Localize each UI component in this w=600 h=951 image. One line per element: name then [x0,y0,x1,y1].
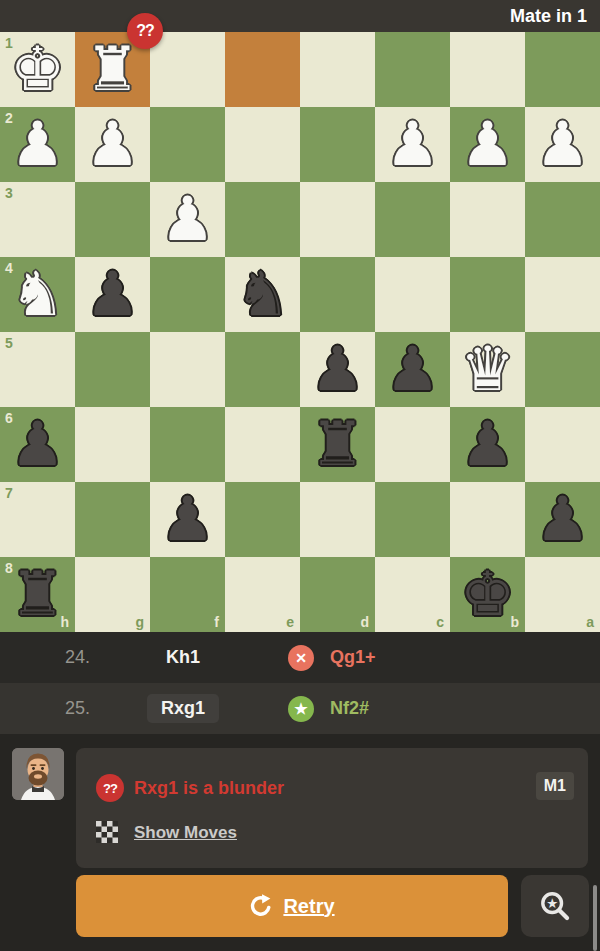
file-label-e: e [286,614,294,630]
square-c3[interactable] [375,182,450,257]
square-c1[interactable] [375,32,450,107]
square-f6[interactable] [150,407,225,482]
white-pawn: ♟ [375,107,450,182]
file-label-a: a [586,614,594,630]
white-pawn: ♟ [0,107,75,182]
square-g2[interactable]: ♟ [75,107,150,182]
square-b8[interactable]: b♚ [450,557,525,632]
square-d3[interactable] [300,182,375,257]
feedback-panel: ?? Rxg1 is a blunder M1 Show Moves Retry… [0,734,600,951]
black-rook: ♜ [300,407,375,482]
square-f7[interactable]: ♟ [150,482,225,557]
top-bar: Mate in 1 [0,0,600,32]
square-c2[interactable]: ♟ [375,107,450,182]
black-knight: ♞ [225,257,300,332]
retry-button[interactable]: Retry [76,875,508,937]
square-a4[interactable] [525,257,600,332]
file-label-g: g [135,614,144,630]
square-d7[interactable] [300,482,375,557]
file-label-f: f [214,614,219,630]
square-e1[interactable] [225,32,300,107]
square-h2[interactable]: 2♟ [0,107,75,182]
square-f1[interactable] [150,32,225,107]
blunder-badge-icon: ?? [127,13,163,49]
puzzle-goal-label: Mate in 1 [510,6,587,26]
square-h5[interactable]: 5 [0,332,75,407]
square-a5[interactable] [525,332,600,407]
blunder-badge-icon: ?? [96,774,124,802]
best-star-icon: ★ [288,696,314,722]
black-pawn: ♟ [300,332,375,407]
square-h6[interactable]: 6♟ [0,407,75,482]
square-h4[interactable]: 4♞ [0,257,75,332]
square-d6[interactable]: ♜ [300,407,375,482]
square-d8[interactable]: d [300,557,375,632]
magnifier-star-icon: ★ [538,889,572,923]
square-g4[interactable]: ♟ [75,257,150,332]
square-a8[interactable]: a [525,557,600,632]
feedback-message: Rxg1 is a blunder [134,778,284,799]
square-e4[interactable]: ♞ [225,257,300,332]
black-pawn: ♟ [0,407,75,482]
square-b7[interactable] [450,482,525,557]
square-g6[interactable] [75,407,150,482]
square-c5[interactable]: ♟ [375,332,450,407]
square-g7[interactable] [75,482,150,557]
square-e6[interactable] [225,407,300,482]
square-b3[interactable] [450,182,525,257]
black-king: ♚ [450,557,525,632]
black-pawn: ♟ [525,482,600,557]
rank-label-5: 5 [5,335,13,351]
checkerboard-icon [96,821,118,843]
square-f8[interactable]: f [150,557,225,632]
square-h3[interactable]: 3 [0,182,75,257]
square-h1[interactable]: 1♚ [0,32,75,107]
square-d2[interactable] [300,107,375,182]
show-moves-link[interactable]: Show Moves [134,823,237,843]
rank-label-3: 3 [5,185,13,201]
square-a1[interactable] [525,32,600,107]
chess-review-screen: { "game": "chess", "topbar": { "title": … [0,0,600,951]
feedback-card: ?? Rxg1 is a blunder M1 Show Moves [76,748,588,868]
black-pawn: ♟ [450,407,525,482]
file-label-c: c [436,614,444,630]
eval-badge: M1 [536,772,574,800]
miss-x-icon: ✕ [288,645,314,671]
square-a6[interactable] [525,407,600,482]
square-b2[interactable]: ♟ [450,107,525,182]
black-move-qg1[interactable]: Qg1+ [330,647,376,668]
square-c8[interactable]: c [375,557,450,632]
avatar-illustration [12,748,64,800]
white-pawn: ♟ [525,107,600,182]
retry-label: Retry [283,895,334,918]
move-number: 24. [0,647,90,668]
white-pawn: ♟ [450,107,525,182]
square-a3[interactable] [525,182,600,257]
square-h8[interactable]: 8h♜ [0,557,75,632]
square-g8[interactable]: g [75,557,150,632]
square-d4[interactable] [300,257,375,332]
square-e2[interactable] [225,107,300,182]
avatar [12,748,64,800]
square-f5[interactable] [150,332,225,407]
square-b6[interactable]: ♟ [450,407,525,482]
black-move-nf2[interactable]: Nf2# [330,698,369,719]
white-move-rxg1-current[interactable]: Rxg1 [147,694,219,723]
square-g3[interactable] [75,182,150,257]
move-row-25: 25. Rxg1 ★ Nf2# [0,683,600,734]
scrollbar-thumb[interactable] [593,885,597,951]
file-label-d: d [360,614,369,630]
square-f3[interactable]: ♟ [150,182,225,257]
black-pawn: ♟ [75,257,150,332]
black-pawn: ♟ [150,482,225,557]
chess-board: 1♚♜2♟♟♟♟♟3♟4♞♟♞5♟♟♛6♟♜♟7♟♟8h♜gfedcb♚a [0,32,600,632]
square-h7[interactable]: 7 [0,482,75,557]
square-b4[interactable] [450,257,525,332]
square-e8[interactable]: e [225,557,300,632]
white-pawn: ♟ [75,107,150,182]
retry-refresh-icon [249,894,273,918]
move-number: 25. [0,698,90,719]
white-knight: ♞ [0,257,75,332]
square-f4[interactable] [150,257,225,332]
square-f2[interactable] [150,107,225,182]
square-a7[interactable]: ♟ [525,482,600,557]
square-b1[interactable] [450,32,525,107]
square-d5[interactable]: ♟ [300,332,375,407]
square-e3[interactable] [225,182,300,257]
svg-text:★: ★ [546,896,558,911]
square-c4[interactable] [375,257,450,332]
square-d1[interactable] [300,32,375,107]
square-e5[interactable] [225,332,300,407]
square-b5[interactable]: ♛ [450,332,525,407]
move-row-24: 24. Kh1 ✕ Qg1+ [0,632,600,683]
black-pawn: ♟ [375,332,450,407]
black-rook: ♜ [0,557,75,632]
square-c6[interactable] [375,407,450,482]
white-move-kh1[interactable]: Kh1 [147,643,219,672]
analysis-button[interactable]: ★ [521,875,589,937]
square-e7[interactable] [225,482,300,557]
rank-label-7: 7 [5,485,13,501]
white-queen: ♛ [450,332,525,407]
square-g5[interactable] [75,332,150,407]
white-king: ♚ [0,32,75,107]
square-a2[interactable]: ♟ [525,107,600,182]
white-pawn: ♟ [150,182,225,257]
square-c7[interactable] [375,482,450,557]
